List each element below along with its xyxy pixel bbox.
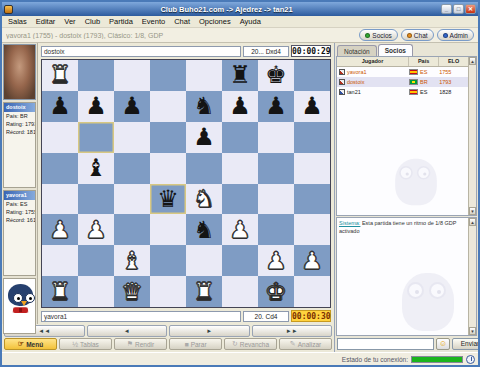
player-elo-cell: 1793 (439, 79, 468, 85)
square-c3[interactable] (114, 214, 150, 245)
connection-status-label: Estado de tu conexión: (342, 356, 408, 363)
player-rating: Rating: 1793 (4, 120, 35, 128)
square-c6[interactable] (114, 122, 150, 153)
nav-previous-button[interactable]: ◄ (87, 325, 168, 337)
spain-flag-icon (409, 89, 418, 95)
white-player-name-field: yavora1 (41, 311, 241, 322)
player-row-dostoix[interactable]: dostoixBR1793 (337, 77, 468, 87)
button-label: Tablas (80, 341, 99, 348)
country-code: ES (420, 69, 427, 75)
black-queen: ♛ (157, 187, 179, 211)
square-h2[interactable]: ♟ (294, 245, 330, 276)
chat-button[interactable]: Chat (401, 29, 434, 41)
white-pawn: ♟ (229, 218, 251, 242)
black-knight: ♞ (193, 218, 215, 242)
square-e8[interactable] (186, 60, 222, 91)
game-summary-text: yavora1 (1755) - dostoix (1793), Clásico… (6, 32, 356, 39)
nav-next-button[interactable]: ► (169, 325, 250, 337)
button-label: Parar (191, 341, 207, 348)
square-b3[interactable]: ♟ (78, 214, 114, 245)
square-e6[interactable]: ♟ (186, 122, 222, 153)
white-clock: 00:00:30 (291, 310, 331, 322)
square-f2[interactable] (222, 245, 258, 276)
square-e3[interactable]: ♞ (186, 214, 222, 245)
column-jugador: Jugador (337, 57, 409, 66)
square-b8[interactable] (78, 60, 114, 91)
infobar: yavora1 (1755) - dostoix (1793), Clásico… (2, 28, 478, 43)
owl-watermark (402, 273, 454, 331)
player-rating: Rating: 1755 (4, 208, 35, 216)
white-king: ♚ (265, 280, 287, 304)
square-d3[interactable] (150, 214, 186, 245)
square-f7[interactable]: ♟ (222, 91, 258, 122)
brazil-flag-icon (409, 79, 418, 85)
player-board-icon (339, 69, 345, 75)
menu-item-salas[interactable]: Salas (8, 17, 27, 26)
white-queen: ♛ (121, 280, 143, 304)
black-knight: ♞ (193, 94, 215, 118)
tab-socios[interactable]: Socios (378, 44, 413, 56)
menu-item-ver[interactable]: Ver (64, 17, 75, 26)
admin-button[interactable]: Admin (437, 29, 474, 41)
square-g5[interactable] (258, 153, 294, 184)
owl-bowtie (13, 307, 29, 313)
player-record: Récord: 1815 (4, 128, 35, 136)
square-c1[interactable]: ♛ (114, 276, 150, 307)
square-a2[interactable] (42, 245, 78, 276)
window-title: Club Buho21.com -> Ajedrez -> tan21 (13, 5, 440, 14)
menu-button[interactable]: ☞Menú (4, 338, 57, 350)
connection-status-bar (411, 356, 463, 363)
admin-icon (443, 33, 448, 38)
black-pawn: ♟ (301, 94, 323, 118)
square-b4[interactable] (78, 184, 114, 215)
square-d2[interactable] (150, 245, 186, 276)
menu-icon: ☞ (18, 340, 24, 348)
titlebar: Club Buho21.com -> Ajedrez -> tan21 _ □ … (2, 2, 478, 16)
socios-icon (365, 33, 370, 38)
player-record: Récord: 1613 (4, 216, 35, 224)
square-d1[interactable] (150, 276, 186, 307)
square-a3[interactable]: ♟ (42, 214, 78, 245)
square-a8[interactable]: ♜ (42, 60, 78, 91)
square-f4[interactable] (222, 184, 258, 215)
square-h1[interactable] (294, 276, 330, 307)
player-card-title: yavora1 (4, 191, 35, 200)
black-pawn: ♟ (121, 94, 143, 118)
column-pais: País (409, 57, 439, 66)
player-elo-cell: 1828 (439, 89, 468, 95)
square-b5[interactable]: ♝ (78, 153, 114, 184)
player-name: tan21 (347, 89, 361, 95)
square-h8[interactable] (294, 60, 330, 91)
player-name-cell: dostoix (337, 79, 409, 85)
button-label: Chat (414, 32, 428, 39)
chat-scrollbar[interactable]: ▲ ▼ (468, 218, 476, 335)
square-g6[interactable] (258, 122, 294, 153)
player-country: País: BR (4, 112, 35, 120)
square-b2[interactable] (78, 245, 114, 276)
emoticon-button[interactable]: ☺ (436, 338, 450, 350)
square-a4[interactable] (42, 184, 78, 215)
player-board-icon (339, 79, 345, 85)
black-player-bar: dostoix 20... Dxd4 00:00:29 (38, 43, 334, 59)
nav-last-button[interactable]: ►► (252, 325, 333, 337)
rendir-icon: ⚑ (127, 340, 133, 348)
player-country-cell: ES (409, 89, 439, 95)
black-rook: ♜ (229, 63, 251, 87)
tablas-icon: ½ (72, 341, 78, 348)
square-h5[interactable] (294, 153, 330, 184)
square-d4[interactable]: ♛ (150, 184, 186, 215)
square-c5[interactable] (114, 153, 150, 184)
right-panel: Notación Socios Jugador País ELO yavora1… (334, 43, 478, 352)
player-card-yavora1: yavora1 País: ES Rating: 1755 Récord: 16… (3, 190, 36, 276)
player-card-title: dostoix (4, 103, 35, 112)
square-a1[interactable]: ♜ (42, 276, 78, 307)
player-name-cell: tan21 (337, 89, 409, 95)
white-rook: ♜ (49, 280, 71, 304)
white-player-bar: yavora1 20. Cd4 00:00:30 (38, 308, 334, 324)
square-d8[interactable] (150, 60, 186, 91)
square-a7[interactable]: ♟ (42, 91, 78, 122)
player-country-cell: BR (409, 79, 439, 85)
action-buttons: ☞Menú½Tablas⚑Rendir■Parar↻Revancha✎Anali… (2, 337, 334, 352)
send-button[interactable]: Enviar (452, 338, 480, 350)
chat-log-section: Sistema: Esta partida tiene un ritmo de … (336, 217, 477, 336)
square-b7[interactable]: ♟ (78, 91, 114, 122)
menu-item-ayuda[interactable]: Ayuda (240, 17, 261, 26)
column-elo: ELO (439, 57, 468, 66)
menu-item-evento[interactable]: Evento (142, 17, 165, 26)
menubar: SalasEditarVerClubPartidaEventoChatOpcio… (2, 16, 478, 28)
close-button[interactable]: ✕ (465, 4, 476, 14)
square-e5[interactable] (186, 153, 222, 184)
square-a6[interactable] (42, 122, 78, 153)
chat-input-row: ☺ Enviar (335, 336, 478, 352)
square-h3[interactable] (294, 214, 330, 245)
scroll-up-icon[interactable]: ▲ (469, 57, 476, 65)
square-c4[interactable] (114, 184, 150, 215)
square-d6[interactable] (150, 122, 186, 153)
button-label: Admin (450, 32, 468, 39)
square-c8[interactable] (114, 60, 150, 91)
black-player-name-field: dostoix (41, 46, 241, 57)
country-code: BR (420, 79, 428, 85)
white-pawn: ♟ (265, 249, 287, 273)
square-c7[interactable]: ♟ (114, 91, 150, 122)
list-scrollbar[interactable]: ▲ ▼ (468, 57, 476, 215)
black-bishop: ♝ (85, 156, 107, 180)
white-bishop: ♝ (121, 249, 143, 273)
square-f1[interactable] (222, 276, 258, 307)
chess-board: ♜♜♚♟♟♟♞♟♟♟♟♝♛♞♟♟♞♟♝♟♟♜♛♜♚ (41, 59, 331, 308)
white-last-move: 20. Cd4 (243, 311, 289, 322)
revancha-icon: ↻ (232, 340, 238, 348)
white-knight: ♞ (193, 187, 215, 211)
player-row-tan21[interactable]: tan21ES1828 (337, 87, 468, 97)
black-pawn: ♟ (85, 94, 107, 118)
button-label: Menú (26, 341, 43, 348)
statusbar: Estado de tu conexión: (2, 352, 478, 365)
player-country: País: ES (4, 200, 35, 208)
square-e7[interactable]: ♞ (186, 91, 222, 122)
system-message-label: Sistema: (339, 220, 360, 226)
square-h6[interactable] (294, 122, 330, 153)
square-f5[interactable] (222, 153, 258, 184)
white-pawn: ♟ (49, 218, 71, 242)
menu-item-partida[interactable]: Partida (109, 17, 133, 26)
square-f8[interactable]: ♜ (222, 60, 258, 91)
owl-mascot-logo (3, 278, 36, 334)
square-e4[interactable]: ♞ (186, 184, 222, 215)
maximize-button[interactable]: □ (453, 4, 464, 14)
square-g4[interactable] (258, 184, 294, 215)
analizar-button[interactable]: ✎Analizar (279, 338, 332, 350)
webcam-image (3, 44, 36, 100)
black-pawn: ♟ (49, 94, 71, 118)
players-list-section: Jugador País ELO yavora1ES1755dostoixBR1… (336, 56, 477, 216)
player-name: dostoix (347, 79, 364, 85)
left-sidebar: dostoix País: BR Rating: 1793 Récord: 18… (2, 43, 38, 324)
square-e2[interactable] (186, 245, 222, 276)
player-country-cell: ES (409, 69, 439, 75)
square-d7[interactable] (150, 91, 186, 122)
menu-item-editar[interactable]: Editar (36, 17, 56, 26)
black-king: ♚ (265, 63, 287, 87)
black-last-move: 20... Dxd4 (243, 46, 289, 57)
square-g1[interactable]: ♚ (258, 276, 294, 307)
tab-notacion[interactable]: Notación (337, 45, 377, 56)
players-table-header: Jugador País ELO (337, 57, 468, 67)
square-f3[interactable]: ♟ (222, 214, 258, 245)
move-navigation: ◄◄◄►►► (2, 324, 334, 337)
minimize-button[interactable]: _ (441, 4, 452, 14)
parar-icon: ■ (184, 341, 188, 348)
black-clock: 00:00:29 (291, 45, 331, 57)
white-pawn: ♟ (85, 218, 107, 242)
square-b1[interactable] (78, 276, 114, 307)
scroll-down-icon[interactable]: ▼ (469, 327, 476, 335)
square-f6[interactable] (222, 122, 258, 153)
button-label: Analizar (298, 341, 321, 348)
parar-button[interactable]: ■Parar (169, 338, 222, 350)
clock-icon (466, 355, 475, 364)
player-elo-cell: 1755 (439, 69, 468, 75)
scroll-down-icon[interactable]: ▼ (469, 207, 476, 215)
socios-button[interactable]: Socios (359, 29, 398, 41)
square-a5[interactable] (42, 153, 78, 184)
app-icon (4, 5, 13, 14)
square-g2[interactable]: ♟ (258, 245, 294, 276)
player-row-yavora1[interactable]: yavora1ES1755 (337, 67, 468, 77)
owl-watermark (395, 159, 437, 205)
country-code: ES (420, 89, 427, 95)
spain-flag-icon (409, 69, 418, 75)
black-pawn: ♟ (193, 125, 215, 149)
player-name: yavora1 (347, 69, 367, 75)
panel-tabs: Notación Socios (335, 43, 478, 56)
black-pawn: ♟ (229, 94, 251, 118)
white-rook: ♜ (193, 280, 215, 304)
black-pawn: ♟ (265, 94, 287, 118)
player-name-cell: yavora1 (337, 69, 409, 75)
button-label: Socios (372, 32, 392, 39)
square-h7[interactable]: ♟ (294, 91, 330, 122)
square-e1[interactable]: ♜ (186, 276, 222, 307)
app-window: Club Buho21.com -> Ajedrez -> tan21 _ □ … (0, 0, 480, 367)
chat-input[interactable] (337, 338, 434, 350)
revancha-button[interactable]: ↻Revancha (224, 338, 277, 350)
chat-icon (407, 33, 412, 38)
button-label: Rendir (135, 341, 154, 348)
white-pawn: ♟ (301, 249, 323, 273)
square-g7[interactable]: ♟ (258, 91, 294, 122)
white-rook: ♜ (49, 63, 71, 87)
owl-head (8, 284, 33, 306)
square-g8[interactable]: ♚ (258, 60, 294, 91)
player-board-icon (339, 89, 345, 95)
scroll-up-icon[interactable]: ▲ (469, 218, 476, 226)
square-h4[interactable] (294, 184, 330, 215)
system-message: Sistema: Esta partida tiene un ritmo de … (339, 219, 458, 235)
menu-item-chat[interactable]: Chat (174, 17, 190, 26)
tablas-button[interactable]: ½Tablas (59, 338, 112, 350)
square-g3[interactable] (258, 214, 294, 245)
square-c2[interactable]: ♝ (114, 245, 150, 276)
rendir-button[interactable]: ⚑Rendir (114, 338, 167, 350)
menu-item-opciones[interactable]: Opciones (199, 17, 231, 26)
analizar-icon: ✎ (290, 340, 296, 348)
board-column: dostoix 20... Dxd4 00:00:29 ♜♜♚♟♟♟♞♟♟♟♟♝… (38, 43, 334, 324)
button-label: Revancha (240, 341, 269, 348)
square-d5[interactable] (150, 153, 186, 184)
menu-item-club[interactable]: Club (85, 17, 100, 26)
player-card-dostoix: dostoix País: BR Rating: 1793 Récord: 18… (3, 102, 36, 188)
square-b6[interactable] (78, 122, 114, 153)
